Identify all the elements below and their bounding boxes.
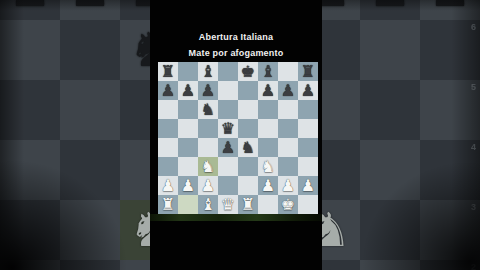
square-a8[interactable]: ♜ xyxy=(158,62,178,81)
square-d1[interactable]: ♛ xyxy=(218,195,238,214)
square-h3[interactable] xyxy=(298,157,318,176)
square-b5[interactable] xyxy=(178,119,198,138)
square-g4[interactable] xyxy=(278,138,298,157)
square-e2[interactable] xyxy=(238,176,258,195)
square-g8[interactable] xyxy=(278,62,298,81)
square-e5[interactable] xyxy=(238,119,258,138)
bg-square-a2: ♟ xyxy=(0,260,60,270)
black-rook-a8[interactable]: ♜ xyxy=(161,62,175,81)
bg-square-h2: ♟2 xyxy=(420,260,480,270)
square-a5[interactable] xyxy=(158,119,178,138)
square-g7[interactable]: ♟ xyxy=(278,81,298,100)
square-a3[interactable] xyxy=(158,157,178,176)
square-f5[interactable] xyxy=(258,119,278,138)
square-c4[interactable] xyxy=(198,138,218,157)
square-e6[interactable] xyxy=(238,100,258,119)
bg-square-g5 xyxy=(360,80,420,140)
square-b1[interactable] xyxy=(178,195,198,214)
bg-square-g3 xyxy=(360,200,420,260)
bg-square-h5: 5 xyxy=(420,80,480,140)
white-pawn-a2[interactable]: ♟ xyxy=(161,176,175,195)
square-f8[interactable]: ♝ xyxy=(258,62,278,81)
bg-black-pawn-a7: ♟ xyxy=(9,0,51,20)
bg-rank-label-2: 2 xyxy=(471,262,476,270)
bg-white-pawn-a2: ♟ xyxy=(9,260,51,270)
white-knight-c3[interactable]: ♞ xyxy=(201,157,215,176)
black-pawn-f7[interactable]: ♟ xyxy=(261,81,275,100)
square-c2[interactable]: ♟ xyxy=(198,176,218,195)
bg-square-h7: ♟ xyxy=(420,0,480,20)
bg-square-a7: ♟ xyxy=(0,0,60,20)
bg-black-pawn-b7: ♟ xyxy=(69,0,111,20)
white-rook-a1[interactable]: ♜ xyxy=(161,195,175,214)
bg-rank-label-4: 4 xyxy=(471,142,476,152)
bg-rank-label-6: 6 xyxy=(471,22,476,32)
square-b2[interactable]: ♟ xyxy=(178,176,198,195)
square-a4[interactable] xyxy=(158,138,178,157)
square-e7[interactable] xyxy=(238,81,258,100)
bg-square-b4 xyxy=(60,140,120,200)
square-f1[interactable] xyxy=(258,195,278,214)
square-d2[interactable] xyxy=(218,176,238,195)
bg-black-pawn-g7: ♟ xyxy=(369,0,411,20)
bg-square-a3 xyxy=(0,200,60,260)
square-d8[interactable] xyxy=(218,62,238,81)
bg-white-pawn-g2: ♟ xyxy=(369,260,411,270)
bg-square-a6 xyxy=(0,20,60,80)
black-bishop-f8[interactable]: ♝ xyxy=(261,62,275,81)
square-f3[interactable]: ♞ xyxy=(258,157,278,176)
bg-square-h3: 3 xyxy=(420,200,480,260)
bg-white-pawn-h2: ♟ xyxy=(429,260,471,270)
bg-square-h6: 6 xyxy=(420,20,480,80)
bg-square-b2: ♟ xyxy=(60,260,120,270)
bg-square-a5 xyxy=(0,80,60,140)
video-title: Abertura Italiana Mate por afogamento xyxy=(150,30,322,61)
square-h4[interactable] xyxy=(298,138,318,157)
bg-rank-label-3: 3 xyxy=(471,202,476,212)
square-f2[interactable]: ♟ xyxy=(258,176,278,195)
black-queen-d5[interactable]: ♛ xyxy=(221,119,235,138)
square-h8[interactable]: ♜ xyxy=(298,62,318,81)
black-king-e8[interactable]: ♚ xyxy=(241,62,255,81)
square-e8[interactable]: ♚ xyxy=(238,62,258,81)
bg-square-g6 xyxy=(360,20,420,80)
square-d4[interactable]: ♟ xyxy=(218,138,238,157)
title-line-2: Mate por afogamento xyxy=(150,46,322,62)
square-d3[interactable] xyxy=(218,157,238,176)
black-pawn-c7[interactable]: ♟ xyxy=(201,81,215,100)
white-bishop-c1[interactable]: ♝ xyxy=(201,195,215,214)
bg-square-g2: ♟ xyxy=(360,260,420,270)
square-e1[interactable]: ♜ xyxy=(238,195,258,214)
square-g1[interactable]: ♚ xyxy=(278,195,298,214)
square-h1[interactable] xyxy=(298,195,318,214)
bg-square-b6 xyxy=(60,20,120,80)
white-knight-f3[interactable]: ♞ xyxy=(261,157,275,176)
main-chessboard: ♜♝♚♝♜♟♟♟♟♟♟♞♛♟♞♞♞♟♟♟♟♟♟♜♝♛♜♚ xyxy=(158,62,318,214)
white-pawn-g2[interactable]: ♟ xyxy=(281,176,295,195)
black-pawn-a7[interactable]: ♟ xyxy=(161,81,175,100)
white-rook-e1[interactable]: ♜ xyxy=(241,195,255,214)
square-g2[interactable]: ♟ xyxy=(278,176,298,195)
square-f6[interactable] xyxy=(258,100,278,119)
white-king-g1[interactable]: ♚ xyxy=(281,195,295,214)
bg-square-g7: ♟ xyxy=(360,0,420,20)
square-g5[interactable] xyxy=(278,119,298,138)
white-pawn-f2[interactable]: ♟ xyxy=(261,176,275,195)
bg-square-b3 xyxy=(60,200,120,260)
black-rook-h8[interactable]: ♜ xyxy=(301,62,315,81)
bg-rank-label-5: 5 xyxy=(471,82,476,92)
square-a1[interactable]: ♜ xyxy=(158,195,178,214)
bg-white-pawn-b2: ♟ xyxy=(69,260,111,270)
square-b3[interactable] xyxy=(178,157,198,176)
square-b4[interactable] xyxy=(178,138,198,157)
square-a6[interactable] xyxy=(158,100,178,119)
square-e4[interactable]: ♞ xyxy=(238,138,258,157)
bg-square-a4 xyxy=(0,140,60,200)
black-knight-c6[interactable]: ♞ xyxy=(201,100,215,119)
black-pawn-d4[interactable]: ♟ xyxy=(221,138,235,157)
white-pawn-b2[interactable]: ♟ xyxy=(181,176,195,195)
square-d6[interactable] xyxy=(218,100,238,119)
square-h7[interactable]: ♟ xyxy=(298,81,318,100)
square-c1[interactable]: ♝ xyxy=(198,195,218,214)
table-green-band xyxy=(150,214,322,221)
phone-strip: Abertura Italiana Mate por afogamento ♜♝… xyxy=(150,0,322,270)
black-pawn-b7[interactable]: ♟ xyxy=(181,81,195,100)
black-knight-e4[interactable]: ♞ xyxy=(241,138,255,157)
square-f4[interactable] xyxy=(258,138,278,157)
square-c5[interactable] xyxy=(198,119,218,138)
square-d5[interactable]: ♛ xyxy=(218,119,238,138)
square-b8[interactable] xyxy=(178,62,198,81)
bg-square-h4: 4 xyxy=(420,140,480,200)
white-queen-d1[interactable]: ♛ xyxy=(221,195,235,214)
square-h2[interactable]: ♟ xyxy=(298,176,318,195)
black-bishop-c8[interactable]: ♝ xyxy=(201,62,215,81)
square-e3[interactable] xyxy=(238,157,258,176)
square-a2[interactable]: ♟ xyxy=(158,176,178,195)
square-b6[interactable] xyxy=(178,100,198,119)
bg-black-pawn-h7: ♟ xyxy=(429,0,471,20)
square-a7[interactable]: ♟ xyxy=(158,81,178,100)
white-pawn-c2[interactable]: ♟ xyxy=(201,176,215,195)
square-g3[interactable] xyxy=(278,157,298,176)
bg-square-g4 xyxy=(360,140,420,200)
square-b7[interactable]: ♟ xyxy=(178,81,198,100)
square-f7[interactable]: ♟ xyxy=(258,81,278,100)
black-pawn-g7[interactable]: ♟ xyxy=(281,81,295,100)
white-pawn-h2[interactable]: ♟ xyxy=(301,176,315,195)
bg-square-b7: ♟ xyxy=(60,0,120,20)
square-c7[interactable]: ♟ xyxy=(198,81,218,100)
video-frame: ♜♝♚♝♜♟♟♟♟♟♟♞6♛5♟♞4♞♞3♟♟♟♟♟♟2♜♝♛♜♚ Abertu… xyxy=(0,0,480,270)
bg-square-b5 xyxy=(60,80,120,140)
square-c3[interactable]: ♞ xyxy=(198,157,218,176)
square-c8[interactable]: ♝ xyxy=(198,62,218,81)
square-h5[interactable] xyxy=(298,119,318,138)
black-pawn-h7[interactable]: ♟ xyxy=(301,81,315,100)
square-h6[interactable] xyxy=(298,100,318,119)
title-line-1: Abertura Italiana xyxy=(150,30,322,46)
square-c6[interactable]: ♞ xyxy=(198,100,218,119)
square-g6[interactable] xyxy=(278,100,298,119)
square-d7[interactable] xyxy=(218,81,238,100)
